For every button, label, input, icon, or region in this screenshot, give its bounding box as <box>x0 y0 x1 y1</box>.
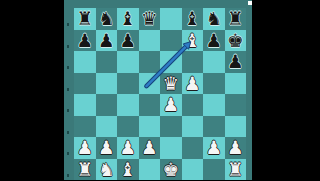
square-f5[interactable]: ♟ <box>182 73 204 95</box>
square-h3[interactable] <box>225 116 247 138</box>
square-c3[interactable] <box>117 116 139 138</box>
square-c5[interactable] <box>117 73 139 95</box>
white-pawn-icon[interactable]: ♟ <box>160 94 182 116</box>
square-h2[interactable]: ♟ <box>225 137 247 159</box>
square-g5[interactable] <box>203 73 225 95</box>
square-b4[interactable] <box>96 94 118 116</box>
black-pawn-icon[interactable]: ♟ <box>74 30 96 52</box>
rank-tick <box>67 88 69 91</box>
black-pawn-icon[interactable]: ♟ <box>203 30 225 52</box>
square-b7[interactable]: ♟ <box>96 30 118 52</box>
square-g2[interactable]: ♟ <box>203 137 225 159</box>
black-pawn-icon[interactable]: ♟ <box>225 51 247 73</box>
square-g1[interactable] <box>203 159 225 181</box>
black-pawn-icon[interactable]: ♟ <box>117 30 139 52</box>
square-e7[interactable] <box>160 30 182 52</box>
square-d7[interactable] <box>139 30 161 52</box>
white-pawn-icon[interactable]: ♟ <box>139 137 161 159</box>
black-rook-icon[interactable]: ♜ <box>74 8 96 30</box>
black-bishop-icon[interactable]: ♝ <box>117 8 139 30</box>
square-f8[interactable]: ♝ <box>182 8 204 30</box>
white-bishop-icon[interactable]: ♝ <box>117 159 139 181</box>
square-e5[interactable]: ♛ <box>160 73 182 95</box>
corner-dot <box>248 1 252 5</box>
square-e1[interactable]: ♚ <box>160 159 182 181</box>
square-h5[interactable] <box>225 73 247 95</box>
square-e3[interactable] <box>160 116 182 138</box>
square-f6[interactable] <box>182 51 204 73</box>
square-h8[interactable]: ♜ <box>225 8 247 30</box>
square-a8[interactable]: ♜ <box>74 8 96 30</box>
white-bishop-icon[interactable]: ♝ <box>182 30 204 52</box>
square-a5[interactable] <box>74 73 96 95</box>
square-a3[interactable] <box>74 116 96 138</box>
square-e2[interactable] <box>160 137 182 159</box>
black-pawn-icon[interactable]: ♟ <box>96 30 118 52</box>
square-c2[interactable]: ♟ <box>117 137 139 159</box>
square-g3[interactable] <box>203 116 225 138</box>
square-h7[interactable]: ♚ <box>225 30 247 52</box>
white-queen-icon[interactable]: ♛ <box>160 73 182 95</box>
square-b2[interactable]: ♟ <box>96 137 118 159</box>
square-a1[interactable]: ♜ <box>74 159 96 181</box>
black-knight-icon[interactable]: ♞ <box>96 8 118 30</box>
white-knight-icon[interactable]: ♞ <box>96 159 118 181</box>
square-f4[interactable] <box>182 94 204 116</box>
square-e6[interactable] <box>160 51 182 73</box>
square-b6[interactable] <box>96 51 118 73</box>
square-c1[interactable]: ♝ <box>117 159 139 181</box>
rank-tick <box>67 174 69 177</box>
square-d2[interactable]: ♟ <box>139 137 161 159</box>
square-g7[interactable]: ♟ <box>203 30 225 52</box>
white-pawn-icon[interactable]: ♟ <box>225 137 247 159</box>
white-pawn-icon[interactable]: ♟ <box>203 137 225 159</box>
black-rook-icon[interactable]: ♜ <box>225 8 247 30</box>
square-d4[interactable] <box>139 94 161 116</box>
black-knight-icon[interactable]: ♞ <box>203 8 225 30</box>
rank-tick <box>67 66 69 69</box>
square-h4[interactable] <box>225 94 247 116</box>
square-a7[interactable]: ♟ <box>74 30 96 52</box>
square-a2[interactable]: ♟ <box>74 137 96 159</box>
square-g4[interactable] <box>203 94 225 116</box>
black-bishop-icon[interactable]: ♝ <box>182 8 204 30</box>
square-g8[interactable]: ♞ <box>203 8 225 30</box>
square-c7[interactable]: ♟ <box>117 30 139 52</box>
square-b1[interactable]: ♞ <box>96 159 118 181</box>
square-d6[interactable] <box>139 51 161 73</box>
square-d8[interactable]: ♛ <box>139 8 161 30</box>
white-king-icon[interactable]: ♚ <box>160 159 182 181</box>
rank-tick <box>67 152 69 155</box>
square-b8[interactable]: ♞ <box>96 8 118 30</box>
square-c8[interactable]: ♝ <box>117 8 139 30</box>
square-f2[interactable] <box>182 137 204 159</box>
chess-board: ♜♞♝♛♝♞♜♟♟♟♝♟♚♟♛♟♟♟♟♟♟♟♟♜♞♝♚♜ <box>74 8 246 180</box>
chess-app: ♜♞♝♛♝♞♜♟♟♟♝♟♚♟♛♟♟♟♟♟♟♟♟♜♞♝♚♜ <box>0 0 320 180</box>
square-h6[interactable]: ♟ <box>225 51 247 73</box>
square-c4[interactable] <box>117 94 139 116</box>
white-pawn-icon[interactable]: ♟ <box>96 137 118 159</box>
square-d5[interactable] <box>139 73 161 95</box>
square-a4[interactable] <box>74 94 96 116</box>
square-b5[interactable] <box>96 73 118 95</box>
square-f3[interactable] <box>182 116 204 138</box>
square-d1[interactable] <box>139 159 161 181</box>
square-e8[interactable] <box>160 8 182 30</box>
square-f7[interactable]: ♝ <box>182 30 204 52</box>
rank-tick <box>67 131 69 134</box>
rank-tick <box>67 45 69 48</box>
white-rook-icon[interactable]: ♜ <box>74 159 96 181</box>
square-e4[interactable]: ♟ <box>160 94 182 116</box>
square-a6[interactable] <box>74 51 96 73</box>
square-c6[interactable] <box>117 51 139 73</box>
rank-tick <box>67 23 69 26</box>
black-king-icon[interactable]: ♚ <box>225 30 247 52</box>
black-queen-icon[interactable]: ♛ <box>139 8 161 30</box>
square-h1[interactable]: ♜ <box>225 159 247 181</box>
rank-tick <box>67 109 69 112</box>
square-b3[interactable] <box>96 116 118 138</box>
white-pawn-icon[interactable]: ♟ <box>117 137 139 159</box>
square-d3[interactable] <box>139 116 161 138</box>
white-rook-icon[interactable]: ♜ <box>225 159 247 181</box>
square-g6[interactable] <box>203 51 225 73</box>
white-pawn-icon[interactable]: ♟ <box>74 137 96 159</box>
square-f1[interactable] <box>182 159 204 181</box>
white-pawn-icon[interactable]: ♟ <box>182 73 204 95</box>
